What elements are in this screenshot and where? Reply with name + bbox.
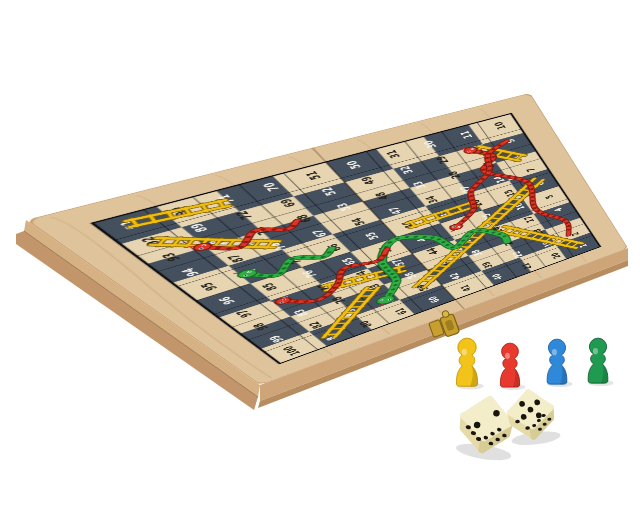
pawn-yellow[interactable] (456, 338, 483, 389)
die-2[interactable] (506, 389, 561, 447)
accessories (0, 0, 640, 528)
product-photo-scene: 1009998979695949392918182838485868788899… (0, 0, 640, 528)
pawn-green[interactable] (588, 338, 613, 386)
brass-clasp-icon (427, 309, 460, 342)
dice-pair (455, 389, 561, 463)
pawn-tray (456, 338, 613, 390)
pawn-blue[interactable] (547, 339, 572, 387)
pawn-red[interactable] (500, 343, 525, 390)
brass-clasp (427, 309, 460, 342)
die-1[interactable] (455, 395, 520, 463)
